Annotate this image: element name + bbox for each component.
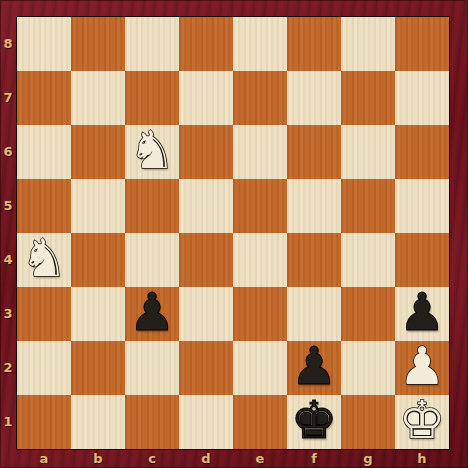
file-label-e: e bbox=[233, 451, 287, 468]
file-label-h: h bbox=[395, 451, 449, 468]
square-b2[interactable] bbox=[71, 341, 125, 395]
square-c3[interactable]: ♟ bbox=[125, 287, 179, 341]
square-b6[interactable] bbox=[71, 125, 125, 179]
file-label-d: d bbox=[179, 451, 233, 468]
square-d3[interactable] bbox=[179, 287, 233, 341]
square-d7[interactable] bbox=[179, 71, 233, 125]
square-h3[interactable]: ♟ bbox=[395, 287, 449, 341]
square-a1[interactable] bbox=[17, 395, 71, 449]
chess-board: ♞♞♟♟♟♟♚♚ bbox=[16, 16, 450, 450]
square-g8[interactable] bbox=[341, 17, 395, 71]
square-g3[interactable] bbox=[341, 287, 395, 341]
square-g2[interactable] bbox=[341, 341, 395, 395]
square-a6[interactable] bbox=[17, 125, 71, 179]
square-d8[interactable] bbox=[179, 17, 233, 71]
square-c2[interactable] bbox=[125, 341, 179, 395]
black-pawn[interactable]: ♟ bbox=[129, 287, 176, 338]
square-g7[interactable] bbox=[341, 71, 395, 125]
square-a7[interactable] bbox=[17, 71, 71, 125]
square-g5[interactable] bbox=[341, 179, 395, 233]
square-f4[interactable] bbox=[287, 233, 341, 287]
square-c4[interactable] bbox=[125, 233, 179, 287]
rank-label-1: 1 bbox=[0, 395, 16, 449]
square-e1[interactable] bbox=[233, 395, 287, 449]
square-f6[interactable] bbox=[287, 125, 341, 179]
black-pawn[interactable]: ♟ bbox=[291, 341, 338, 392]
square-h6[interactable] bbox=[395, 125, 449, 179]
rank-label-3: 3 bbox=[0, 287, 16, 341]
square-c1[interactable] bbox=[125, 395, 179, 449]
white-knight[interactable]: ♞ bbox=[129, 125, 176, 176]
square-f5[interactable] bbox=[287, 179, 341, 233]
square-b5[interactable] bbox=[71, 179, 125, 233]
file-label-b: b bbox=[71, 451, 125, 468]
square-h4[interactable] bbox=[395, 233, 449, 287]
square-f3[interactable] bbox=[287, 287, 341, 341]
square-e7[interactable] bbox=[233, 71, 287, 125]
square-d5[interactable] bbox=[179, 179, 233, 233]
file-label-g: g bbox=[341, 451, 395, 468]
square-d2[interactable] bbox=[179, 341, 233, 395]
square-d1[interactable] bbox=[179, 395, 233, 449]
square-h8[interactable] bbox=[395, 17, 449, 71]
square-a8[interactable] bbox=[17, 17, 71, 71]
square-c8[interactable] bbox=[125, 17, 179, 71]
square-h7[interactable] bbox=[395, 71, 449, 125]
black-pawn[interactable]: ♟ bbox=[399, 287, 446, 338]
white-king[interactable]: ♚ bbox=[399, 395, 446, 446]
rank-label-5: 5 bbox=[0, 179, 16, 233]
file-label-a: a bbox=[17, 451, 71, 468]
file-label-f: f bbox=[287, 451, 341, 468]
white-pawn[interactable]: ♟ bbox=[399, 341, 446, 392]
rank-label-6: 6 bbox=[0, 125, 16, 179]
rank-label-7: 7 bbox=[0, 71, 16, 125]
square-a5[interactable] bbox=[17, 179, 71, 233]
square-b1[interactable] bbox=[71, 395, 125, 449]
square-a2[interactable] bbox=[17, 341, 71, 395]
square-b3[interactable] bbox=[71, 287, 125, 341]
white-knight[interactable]: ♞ bbox=[21, 233, 68, 284]
square-c5[interactable] bbox=[125, 179, 179, 233]
square-e3[interactable] bbox=[233, 287, 287, 341]
square-e8[interactable] bbox=[233, 17, 287, 71]
square-c7[interactable] bbox=[125, 71, 179, 125]
rank-label-2: 2 bbox=[0, 341, 16, 395]
board-frame: ♞♞♟♟♟♟♚♚ 87654321abcdefgh bbox=[0, 0, 468, 468]
square-a3[interactable] bbox=[17, 287, 71, 341]
square-g4[interactable] bbox=[341, 233, 395, 287]
square-e4[interactable] bbox=[233, 233, 287, 287]
square-e5[interactable] bbox=[233, 179, 287, 233]
square-e2[interactable] bbox=[233, 341, 287, 395]
black-king[interactable]: ♚ bbox=[291, 395, 338, 446]
square-f1[interactable]: ♚ bbox=[287, 395, 341, 449]
square-b4[interactable] bbox=[71, 233, 125, 287]
rank-label-4: 4 bbox=[0, 233, 16, 287]
square-f2[interactable]: ♟ bbox=[287, 341, 341, 395]
square-d4[interactable] bbox=[179, 233, 233, 287]
file-label-c: c bbox=[125, 451, 179, 468]
square-h1[interactable]: ♚ bbox=[395, 395, 449, 449]
square-g1[interactable] bbox=[341, 395, 395, 449]
square-f8[interactable] bbox=[287, 17, 341, 71]
square-f7[interactable] bbox=[287, 71, 341, 125]
square-g6[interactable] bbox=[341, 125, 395, 179]
square-b7[interactable] bbox=[71, 71, 125, 125]
rank-label-8: 8 bbox=[0, 17, 16, 71]
square-d6[interactable] bbox=[179, 125, 233, 179]
square-c6[interactable]: ♞ bbox=[125, 125, 179, 179]
square-h2[interactable]: ♟ bbox=[395, 341, 449, 395]
square-a4[interactable]: ♞ bbox=[17, 233, 71, 287]
square-b8[interactable] bbox=[71, 17, 125, 71]
square-e6[interactable] bbox=[233, 125, 287, 179]
square-h5[interactable] bbox=[395, 179, 449, 233]
